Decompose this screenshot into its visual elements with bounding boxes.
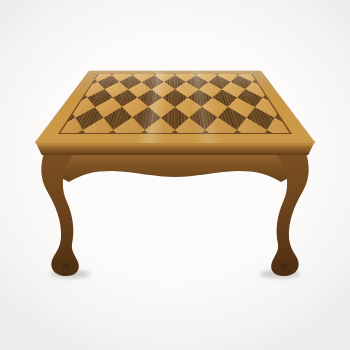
- board-cell-dark: [275, 75, 292, 89]
- board-cell-dark: [265, 74, 285, 76]
- board-cell-light: [269, 82, 292, 98]
- right-foot-scroll: [281, 263, 287, 269]
- chessboard-inlay: [58, 74, 292, 134]
- table-apron: [48, 153, 302, 182]
- board-cell-light: [280, 74, 292, 82]
- board-grid: [58, 74, 292, 134]
- board-cell-light: [58, 74, 70, 82]
- board-cell-light: [70, 74, 91, 82]
- board-cell-dark: [58, 130, 59, 134]
- board-cell-light: [259, 74, 280, 82]
- board-cell-light: [281, 98, 291, 118]
- board-cell-dark: [291, 130, 292, 134]
- board-cell-light: [58, 82, 81, 98]
- board-frame: [35, 71, 315, 143]
- board-cell-dark: [287, 89, 292, 107]
- left-foot-scroll: [63, 263, 69, 269]
- board-cell-dark: [58, 89, 63, 107]
- board-cell-light: [58, 98, 68, 118]
- table-top: [35, 0, 315, 143]
- board-cell-dark: [58, 75, 75, 89]
- board-cell-dark: [65, 74, 85, 76]
- product-photo-scene: [0, 0, 350, 350]
- tabletop-front-edge: [35, 141, 315, 155]
